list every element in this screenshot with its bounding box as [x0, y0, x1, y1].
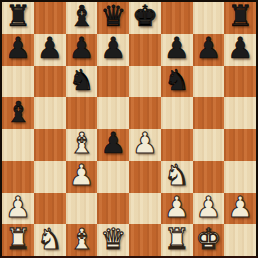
square-g6[interactable]: [193, 66, 225, 98]
square-a4[interactable]: [2, 129, 34, 161]
square-b4[interactable]: [34, 129, 66, 161]
piece-white-knight[interactable]: ♞: [164, 161, 190, 190]
piece-black-rook[interactable]: ♜: [227, 2, 253, 31]
square-g3[interactable]: [193, 161, 225, 193]
square-d7[interactable]: ♟: [97, 34, 129, 66]
piece-black-pawn[interactable]: ♟: [37, 34, 63, 63]
square-a1[interactable]: ♜: [2, 224, 34, 256]
square-e7[interactable]: [129, 34, 161, 66]
piece-white-bishop[interactable]: ♝: [68, 225, 94, 254]
square-c4[interactable]: ♝: [66, 129, 98, 161]
square-b1[interactable]: ♞: [34, 224, 66, 256]
piece-black-pawn[interactable]: ♟: [195, 34, 221, 63]
square-d6[interactable]: [97, 66, 129, 98]
piece-white-pawn[interactable]: ♟: [227, 193, 253, 222]
square-b8[interactable]: [34, 2, 66, 34]
square-h7[interactable]: ♟: [224, 34, 256, 66]
piece-white-pawn[interactable]: ♟: [68, 161, 94, 190]
square-e1[interactable]: [129, 224, 161, 256]
piece-black-pawn[interactable]: ♟: [227, 34, 253, 63]
square-a8[interactable]: ♜: [2, 2, 34, 34]
square-d1[interactable]: ♛: [97, 224, 129, 256]
piece-white-knight[interactable]: ♞: [37, 225, 63, 254]
square-e5[interactable]: [129, 97, 161, 129]
square-b6[interactable]: [34, 66, 66, 98]
piece-black-pawn[interactable]: ♟: [100, 129, 126, 158]
square-f7[interactable]: ♟: [161, 34, 193, 66]
piece-white-bishop[interactable]: ♝: [68, 129, 94, 158]
square-h6[interactable]: [224, 66, 256, 98]
square-a7[interactable]: ♟: [2, 34, 34, 66]
square-f5[interactable]: [161, 97, 193, 129]
square-e8[interactable]: ♚: [129, 2, 161, 34]
square-a6[interactable]: [2, 66, 34, 98]
square-a5[interactable]: ♝: [2, 97, 34, 129]
square-c5[interactable]: [66, 97, 98, 129]
square-h5[interactable]: [224, 97, 256, 129]
square-h3[interactable]: [224, 161, 256, 193]
square-d3[interactable]: [97, 161, 129, 193]
piece-black-bishop[interactable]: ♝: [5, 98, 31, 127]
piece-black-queen[interactable]: ♛: [100, 2, 126, 31]
piece-white-rook[interactable]: ♜: [164, 225, 190, 254]
square-d8[interactable]: ♛: [97, 2, 129, 34]
square-a3[interactable]: [2, 161, 34, 193]
square-g8[interactable]: [193, 2, 225, 34]
square-h4[interactable]: [224, 129, 256, 161]
piece-black-bishop[interactable]: ♝: [68, 2, 94, 31]
square-d4[interactable]: ♟: [97, 129, 129, 161]
piece-black-pawn[interactable]: ♟: [100, 34, 126, 63]
square-e6[interactable]: [129, 66, 161, 98]
square-b2[interactable]: [34, 193, 66, 225]
square-f6[interactable]: ♞: [161, 66, 193, 98]
piece-black-pawn[interactable]: ♟: [164, 34, 190, 63]
piece-black-pawn[interactable]: ♟: [5, 34, 31, 63]
square-f3[interactable]: ♞: [161, 161, 193, 193]
square-c7[interactable]: ♟: [66, 34, 98, 66]
square-c6[interactable]: ♞: [66, 66, 98, 98]
chess-board: ♜♝♛♚♜♟♟♟♟♟♟♟♞♞♝♝♟♟♟♞♟♟♟♟♜♞♝♛♜♚: [0, 0, 258, 258]
piece-white-pawn[interactable]: ♟: [132, 129, 158, 158]
square-f4[interactable]: [161, 129, 193, 161]
piece-black-knight[interactable]: ♞: [68, 66, 94, 95]
square-g7[interactable]: ♟: [193, 34, 225, 66]
square-h1[interactable]: [224, 224, 256, 256]
square-c8[interactable]: ♝: [66, 2, 98, 34]
square-g4[interactable]: [193, 129, 225, 161]
square-e3[interactable]: [129, 161, 161, 193]
piece-white-king[interactable]: ♚: [195, 225, 221, 254]
square-d5[interactable]: [97, 97, 129, 129]
piece-white-pawn[interactable]: ♟: [195, 193, 221, 222]
piece-white-pawn[interactable]: ♟: [5, 193, 31, 222]
square-d2[interactable]: [97, 193, 129, 225]
piece-black-king[interactable]: ♚: [132, 2, 158, 31]
square-f8[interactable]: [161, 2, 193, 34]
square-b7[interactable]: ♟: [34, 34, 66, 66]
square-a2[interactable]: ♟: [2, 193, 34, 225]
piece-white-queen[interactable]: ♛: [100, 225, 126, 254]
square-b5[interactable]: [34, 97, 66, 129]
piece-black-knight[interactable]: ♞: [164, 66, 190, 95]
square-f1[interactable]: ♜: [161, 224, 193, 256]
square-h8[interactable]: ♜: [224, 2, 256, 34]
piece-white-pawn[interactable]: ♟: [164, 193, 190, 222]
square-f2[interactable]: ♟: [161, 193, 193, 225]
square-c2[interactable]: [66, 193, 98, 225]
square-c3[interactable]: ♟: [66, 161, 98, 193]
piece-black-rook[interactable]: ♜: [5, 2, 31, 31]
square-e4[interactable]: ♟: [129, 129, 161, 161]
square-b3[interactable]: [34, 161, 66, 193]
square-g1[interactable]: ♚: [193, 224, 225, 256]
square-h2[interactable]: ♟: [224, 193, 256, 225]
piece-black-pawn[interactable]: ♟: [68, 34, 94, 63]
square-g5[interactable]: [193, 97, 225, 129]
piece-white-rook[interactable]: ♜: [5, 225, 31, 254]
square-g2[interactable]: ♟: [193, 193, 225, 225]
square-c1[interactable]: ♝: [66, 224, 98, 256]
square-e2[interactable]: [129, 193, 161, 225]
